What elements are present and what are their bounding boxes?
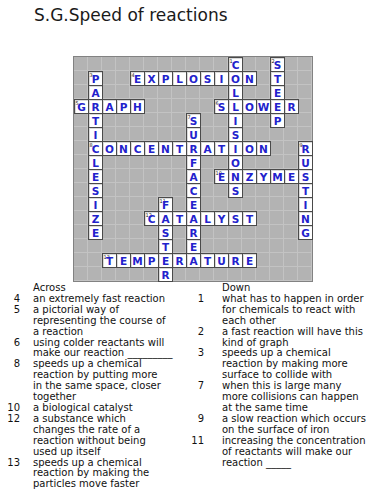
grid-cell[interactable]: A [88, 85, 103, 100]
cell-letter: C [232, 60, 240, 71]
clue-item-number: 7 [186, 381, 204, 392]
cell-letter: G [77, 102, 86, 113]
cell-letter: R [287, 102, 295, 113]
cell-letter: U [189, 130, 198, 141]
cell-letter: P [162, 74, 170, 85]
grid-cell[interactable]: S [228, 183, 243, 198]
grid-cell[interactable]: I [88, 197, 103, 212]
cell-letter: C [148, 214, 156, 225]
cell-letter: C [190, 186, 198, 197]
clue-item-text: a fast reaction will have this kind of g… [222, 327, 386, 349]
cell-letter: N [231, 172, 240, 183]
cell-letter: T [204, 256, 211, 267]
clue-item: 8speeds up a chemical reaction by puttin… [0, 359, 203, 403]
clue-item-number: 9 [186, 414, 204, 425]
grid-cell[interactable]: R [172, 253, 187, 268]
clue-item-text: increasing the concentration of reactant… [222, 436, 386, 469]
grid-cell[interactable]: Y [214, 211, 229, 226]
cell-letter: M [132, 256, 142, 267]
cell-letter: P [120, 102, 128, 113]
clue-item: 12a substance which changes the rate of … [0, 414, 203, 458]
grid-cell[interactable]: 8C [88, 141, 103, 156]
cell-letter: A [189, 172, 197, 183]
grid-cell[interactable]: R [186, 225, 201, 240]
cell-letter: L [232, 102, 239, 113]
cell-letter: Z [246, 172, 254, 183]
cell-letter: T [176, 144, 183, 155]
cell-letter: L [232, 88, 239, 99]
cell-letter: C [134, 144, 142, 155]
cell-letter: L [204, 214, 211, 225]
clue-item-text: a slow reaction which occurs on the surf… [222, 414, 386, 436]
cell-letter: R [91, 102, 99, 113]
clue-item-number: 2 [186, 327, 204, 338]
grid-cell[interactable]: T [172, 211, 187, 226]
cell-letter: I [94, 130, 98, 141]
grid-cell[interactable]: S [298, 169, 313, 184]
grid-cell[interactable]: I [298, 197, 313, 212]
grid-cell[interactable]: R [186, 141, 201, 156]
grid-cell[interactable]: M [270, 169, 285, 184]
grid-cell[interactable]: A [102, 99, 117, 114]
cell-letter: P [92, 74, 100, 85]
grid-cell[interactable]: R [88, 99, 103, 114]
cell-letter: L [92, 158, 99, 169]
grid-cell[interactable]: U [298, 155, 313, 170]
clue-item-number: 11 [186, 436, 204, 447]
clue-item: 11increasing the concentration of reacta… [186, 436, 386, 469]
cell-letter: N [259, 144, 268, 155]
cell-letter: S [162, 228, 170, 239]
grid-cell[interactable]: L [228, 99, 243, 114]
grid-cell[interactable]: E [88, 225, 103, 240]
cell-letter: M [272, 172, 282, 183]
cell-letter: C [92, 144, 100, 155]
grid-cell[interactable]: 5G [74, 99, 89, 114]
cell-letter: A [91, 88, 99, 99]
grid-cell[interactable]: I [214, 71, 229, 86]
cell-letter: S [232, 186, 240, 197]
grid-cell[interactable]: P [158, 71, 173, 86]
cell-letter: T [274, 74, 281, 85]
clue-item: 6using colder reactants will make our re… [0, 338, 203, 360]
grid-cell[interactable]: F [186, 155, 201, 170]
cell-letter: N [245, 74, 254, 85]
grid-cell[interactable]: H [130, 99, 145, 114]
grid-cell[interactable]: I [228, 141, 243, 156]
grid-cell[interactable]: S [158, 225, 173, 240]
grid-cell[interactable]: S [88, 183, 103, 198]
clue-item-number: 13 [0, 458, 20, 469]
cell-letter: N [119, 144, 128, 155]
cell-letter: S [232, 214, 240, 225]
cell-letter: T [92, 116, 99, 127]
cell-letter: T [162, 242, 169, 253]
cell-letter: T [106, 256, 113, 267]
grid-cell[interactable]: A [186, 253, 201, 268]
grid-cell[interactable]: I [88, 127, 103, 142]
grid-cell[interactable]: 13T [102, 253, 117, 268]
grid-cell[interactable]: A [200, 141, 215, 156]
clue-item-number: 6 [0, 338, 20, 349]
cell-letter: U [217, 256, 226, 267]
clue-item: 3speeds up a chemical reaction by making… [186, 348, 386, 381]
grid-cell[interactable]: A [158, 211, 173, 226]
cell-letter: A [105, 102, 113, 113]
cell-letter: O [231, 74, 240, 85]
clue-item-number: 1 [186, 294, 204, 305]
cell-letter: U [301, 158, 310, 169]
grid-cell[interactable]: T [214, 141, 229, 156]
grid-cell[interactable]: 10E [214, 169, 229, 184]
grid-cell[interactable]: E [284, 169, 299, 184]
cell-letter: I [234, 116, 238, 127]
grid-cell[interactable]: G [298, 225, 313, 240]
grid-cell[interactable]: E [270, 85, 285, 100]
grid-cell[interactable]: R [158, 267, 173, 282]
down-clues: Down 1what has to happen in order for ch… [186, 283, 386, 468]
grid-cell[interactable]: Z [88, 211, 103, 226]
cell-letter: W [258, 102, 270, 113]
cell-letter: H [133, 102, 142, 113]
grid-cell[interactable]: 4E [130, 71, 145, 86]
clue-item-text: using colder reactants will make our rea… [33, 338, 203, 360]
grid-cell[interactable]: L [228, 85, 243, 100]
cell-letter: T [246, 214, 253, 225]
grid-cell[interactable]: E [186, 239, 201, 254]
clue-item-text: a substance which changes the rate of a … [33, 414, 203, 458]
grid-cell[interactable]: W [256, 99, 271, 114]
grid-cell[interactable]: U [214, 253, 229, 268]
grid-cell[interactable]: A [186, 211, 201, 226]
cell-letter: O [245, 144, 254, 155]
cell-letter: S [218, 102, 226, 113]
clue-item: 7when this is large many more collisions… [186, 381, 386, 414]
grid-cell[interactable]: C [186, 183, 201, 198]
cell-letter: G [301, 228, 310, 239]
cell-letter: L [176, 74, 183, 85]
down-list: 1what has to happen in order for chemica… [186, 294, 386, 469]
grid-cell[interactable]: P [144, 253, 159, 268]
grid-cell[interactable]: T [242, 211, 257, 226]
grid-cell[interactable]: S [228, 127, 243, 142]
grid-cell[interactable]: E [242, 253, 257, 268]
grid-cell[interactable]: X [144, 71, 159, 86]
cell-letter: E [92, 172, 99, 183]
cell-letter: E [190, 242, 197, 253]
grid-cell[interactable]: O [242, 99, 257, 114]
clue-item-number: 8 [0, 359, 20, 370]
cell-letter: I [304, 200, 308, 211]
grid-cell[interactable]: 1C [228, 57, 243, 72]
cell-letter: E [148, 144, 155, 155]
cell-letter: I [234, 144, 238, 155]
clue-item: 9a slow reaction which occurs on the sur… [186, 414, 386, 436]
grid-cell[interactable]: T [200, 253, 215, 268]
cell-letter: E [288, 172, 295, 183]
grid-cell[interactable]: R [228, 253, 243, 268]
clue-item: 1what has to happen in order for chemica… [186, 294, 386, 327]
cell-letter: E [120, 256, 127, 267]
cell-letter: O [105, 144, 114, 155]
cell-letter: R [301, 144, 309, 155]
grid-cell[interactable]: E [186, 197, 201, 212]
cell-letter: T [176, 214, 183, 225]
cell-letter: E [162, 256, 169, 267]
grid-cell[interactable]: 9R [298, 141, 313, 156]
clue-item-text: speeds up a chemical reaction by making … [222, 348, 386, 381]
cell-letter: S [190, 116, 198, 127]
grid-cell[interactable]: T [270, 71, 285, 86]
clue-item-number: 12 [0, 414, 20, 425]
grid-cell[interactable]: S [200, 71, 215, 86]
clue-item-text: speeds up a chemical reaction by putting… [33, 359, 203, 403]
cell-letter: A [161, 214, 169, 225]
cell-letter: T [302, 186, 309, 197]
clue-item-number: 3 [186, 348, 204, 359]
grid-cell[interactable]: 11F [158, 197, 173, 212]
grid-cell[interactable]: L [88, 155, 103, 170]
grid-cell[interactable]: E [270, 99, 285, 114]
grid-cell[interactable]: N [298, 211, 313, 226]
cell-letter: E [274, 88, 281, 99]
grid-cell[interactable]: 7S [186, 113, 201, 128]
clue-item-text: speeds up a chemical reaction by making … [33, 458, 203, 491]
crossword-board: 1C2S3P4EXPLOSIONTALE5GRAPH6SLOWERT7SIPIU… [74, 57, 312, 281]
grid-cell[interactable]: O [228, 155, 243, 170]
puzzle-title: S.G.Speed of reactions [34, 5, 228, 25]
clue-item-number: 5 [0, 305, 20, 316]
cell-letter: E [190, 200, 197, 211]
grid-cell[interactable]: E [144, 141, 159, 156]
cell-letter: I [94, 200, 98, 211]
grid-cell[interactable]: O [228, 71, 243, 86]
cell-letter: P [274, 116, 282, 127]
cell-letter: A [189, 214, 197, 225]
grid-cell[interactable]: E [116, 253, 131, 268]
grid-cell[interactable]: Y [256, 169, 271, 184]
cell-letter: A [203, 144, 211, 155]
cell-letter: A [189, 256, 197, 267]
grid-cell[interactable]: N [116, 141, 131, 156]
grid-cell[interactable]: 2S [270, 57, 285, 72]
grid-cell[interactable]: P [270, 113, 285, 128]
cell-letter: I [220, 74, 224, 85]
clue-item-text: what has to happen in order for chemical… [222, 294, 386, 327]
grid-cell[interactable]: N [242, 71, 257, 86]
grid-cell[interactable]: T [88, 113, 103, 128]
across-clues: Across 4an extremely fast reaction5a pic… [0, 283, 203, 490]
cell-letter: S [274, 60, 282, 71]
cell-letter: E [92, 228, 99, 239]
clue-item-text: a pictorial way of representing the cour… [33, 305, 203, 338]
grid-cell[interactable]: A [186, 169, 201, 184]
grid-cell[interactable]: 12C [144, 211, 159, 226]
cell-letter: Y [260, 172, 268, 183]
grid-cell[interactable]: T [158, 239, 173, 254]
grid-cell[interactable]: M [130, 253, 145, 268]
grid-cell[interactable]: P [116, 99, 131, 114]
grid-cell[interactable]: U [186, 127, 201, 142]
cell-letter: F [190, 158, 197, 169]
grid-cell[interactable]: N [256, 141, 271, 156]
cell-letter: O [245, 102, 254, 113]
cell-letter: S [204, 74, 212, 85]
grid-cell[interactable]: Z [242, 169, 257, 184]
cell-letter: N [161, 144, 170, 155]
cell-letter: E [134, 74, 141, 85]
across-list: 4an extremely fast reaction5a pictorial … [0, 294, 203, 490]
grid-cell[interactable]: S [228, 211, 243, 226]
cell-letter: O [231, 158, 240, 169]
grid-cell[interactable]: N [228, 169, 243, 184]
cell-letter: R [189, 228, 197, 239]
grid-cell[interactable]: O [102, 141, 117, 156]
cell-letter: F [162, 200, 169, 211]
grid-cell[interactable]: L [200, 211, 215, 226]
cell-letter: R [189, 144, 197, 155]
cell-letter: T [218, 144, 225, 155]
grid-cell[interactable]: O [242, 141, 257, 156]
grid-cell[interactable]: N [158, 141, 173, 156]
grid-cell[interactable]: O [186, 71, 201, 86]
cell-letter: R [231, 256, 239, 267]
cell-letter: O [189, 74, 198, 85]
grid-cell[interactable]: L [172, 71, 187, 86]
cell-letter: E [218, 172, 225, 183]
crossword-grid: 1C2S3P4EXPLOSIONTALE5GRAPH6SLOWERT7SIPIU… [74, 57, 312, 281]
grid-cell[interactable]: I [228, 113, 243, 128]
cell-letter: E [246, 256, 253, 267]
grid-cell[interactable]: E [88, 169, 103, 184]
cell-letter: R [161, 270, 169, 281]
cell-letter: E [274, 102, 281, 113]
cell-letter: S [302, 172, 310, 183]
grid-cell[interactable]: C [130, 141, 145, 156]
cell-letter: N [301, 214, 310, 225]
clue-item: 5a pictorial way of representing the cou… [0, 305, 203, 338]
clue-item-text: when this is large many more collisions … [222, 381, 386, 414]
grid-cell[interactable]: 6S [214, 99, 229, 114]
cell-letter: X [147, 74, 155, 85]
clue-item: 2a fast reaction will have this kind of … [186, 327, 386, 349]
cell-letter: S [92, 186, 100, 197]
grid-cell[interactable]: T [298, 183, 313, 198]
cell-letter: S [232, 130, 240, 141]
grid-cell[interactable]: T [172, 141, 187, 156]
clue-item: 13speeds up a chemical reaction by makin… [0, 458, 203, 491]
cell-letter: Y [218, 214, 226, 225]
grid-cell[interactable]: 3P [88, 71, 103, 86]
cell-letter: Z [92, 214, 100, 225]
grid-cell[interactable]: R [284, 99, 299, 114]
grid-cell[interactable]: E [158, 253, 173, 268]
cell-letter: R [175, 256, 183, 267]
cell-letter: P [148, 256, 156, 267]
